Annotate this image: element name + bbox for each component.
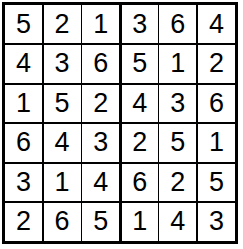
cell-r5c3[interactable]: 4 (82, 163, 119, 201)
cell-r6c4[interactable]: 1 (121, 203, 158, 241)
cell-r6c6[interactable]: 3 (198, 203, 235, 241)
cell-r3c1[interactable]: 1 (5, 84, 42, 122)
cell-r4c6[interactable]: 1 (198, 124, 235, 162)
cell-r2c3[interactable]: 6 (82, 45, 119, 83)
cell-r2c6[interactable]: 2 (198, 45, 235, 83)
cell-r5c4[interactable]: 6 (121, 163, 158, 201)
cell-r2c2[interactable]: 3 (44, 45, 81, 83)
cell-r5c1[interactable]: 3 (5, 163, 42, 201)
cell-r6c5[interactable]: 4 (159, 203, 196, 241)
cell-r3c6[interactable]: 6 (198, 84, 235, 122)
cell-r1c6[interactable]: 4 (198, 5, 235, 43)
cell-r1c5[interactable]: 6 (159, 5, 196, 43)
cell-r3c3[interactable]: 2 (82, 84, 119, 122)
cell-r6c2[interactable]: 6 (44, 203, 81, 241)
cell-r5c6[interactable]: 5 (198, 163, 235, 201)
cell-r2c5[interactable]: 1 (159, 45, 196, 83)
cell-r5c2[interactable]: 1 (44, 163, 81, 201)
cell-r5c5[interactable]: 2 (159, 163, 196, 201)
cell-r1c3[interactable]: 1 (82, 5, 119, 43)
cell-r4c4[interactable]: 2 (121, 124, 158, 162)
cell-r4c3[interactable]: 3 (82, 124, 119, 162)
cell-r2c4[interactable]: 5 (121, 45, 158, 83)
cell-r4c5[interactable]: 5 (159, 124, 196, 162)
cell-r4c2[interactable]: 4 (44, 124, 81, 162)
cell-r4c1[interactable]: 6 (5, 124, 42, 162)
cell-r3c4[interactable]: 4 (121, 84, 158, 122)
cell-r6c3[interactable]: 5 (82, 203, 119, 241)
cell-r1c4[interactable]: 3 (121, 5, 158, 43)
cell-r1c1[interactable]: 5 (5, 5, 42, 43)
cell-r2c1[interactable]: 4 (5, 45, 42, 83)
cell-r6c1[interactable]: 2 (5, 203, 42, 241)
cell-r1c2[interactable]: 2 (44, 5, 81, 43)
cell-r3c2[interactable]: 5 (44, 84, 81, 122)
cell-r3c5[interactable]: 3 (159, 84, 196, 122)
sudoku-board: 5 2 1 3 6 4 4 3 6 5 1 2 1 5 2 4 3 6 6 4 … (2, 2, 238, 244)
